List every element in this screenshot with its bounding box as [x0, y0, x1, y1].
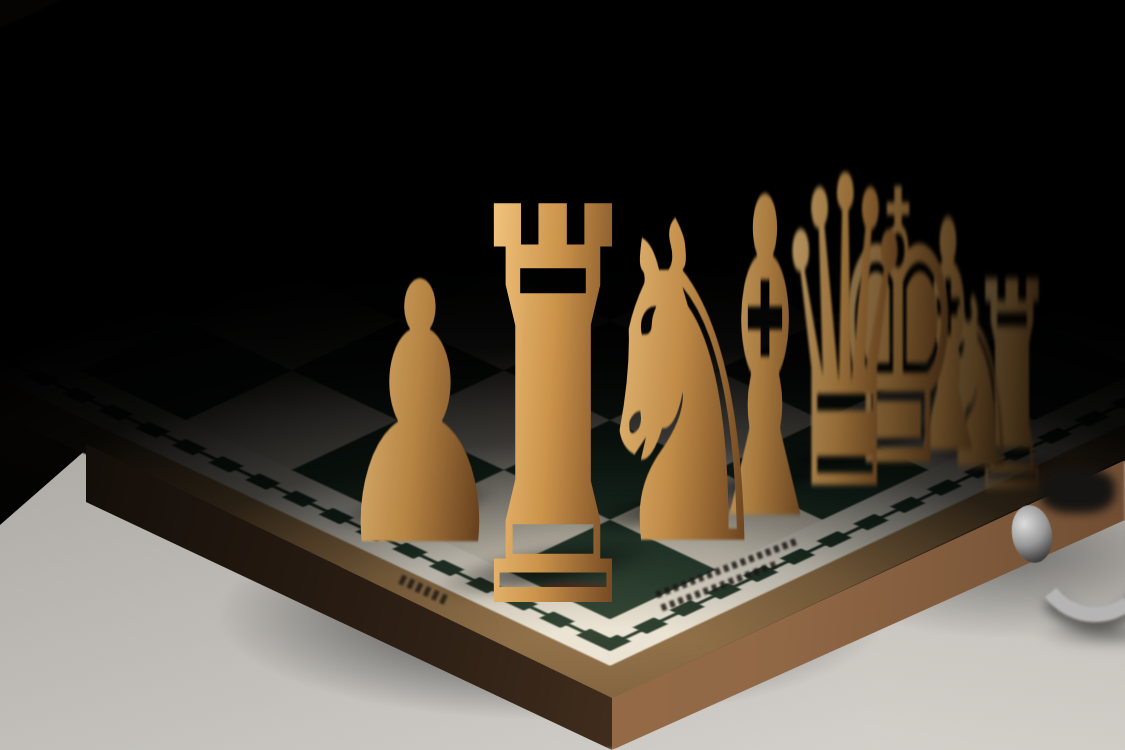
photo-stage: ♟ ♟ ♜ ♝ ♛ ♟ — [0, 0, 1125, 750]
white-rook-near[interactable]: ♜ — [459, 140, 647, 686]
